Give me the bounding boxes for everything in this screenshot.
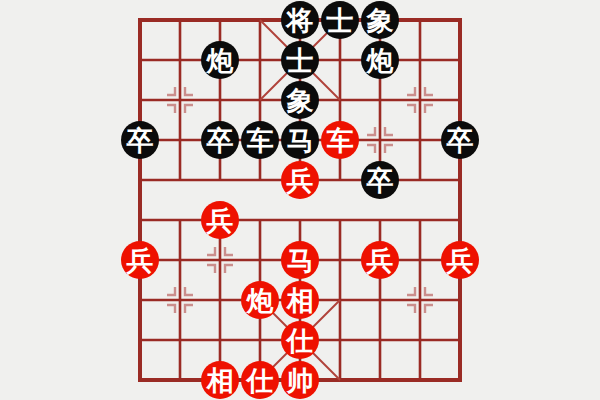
piece-red-horse[interactable]: 马 bbox=[281, 241, 319, 279]
piece-black-elephant[interactable]: 象 bbox=[281, 81, 319, 119]
piece-black-elephant[interactable]: 象 bbox=[361, 1, 399, 39]
piece-black-advisor[interactable]: 士 bbox=[281, 41, 319, 79]
app-screen: 将士象炮士炮象卒卒车马卒卒车兵兵兵马兵兵炮相仕相仕帅 bbox=[0, 0, 600, 400]
piece-red-soldier[interactable]: 兵 bbox=[361, 241, 399, 279]
piece-red-soldier[interactable]: 兵 bbox=[201, 201, 239, 239]
xiangqi-board[interactable]: 将士象炮士炮象卒卒车马卒卒车兵兵兵马兵兵炮相仕相仕帅 bbox=[0, 0, 600, 400]
piece-red-cannon[interactable]: 炮 bbox=[241, 281, 279, 319]
piece-black-horse[interactable]: 马 bbox=[281, 121, 319, 159]
piece-red-advisor[interactable]: 仕 bbox=[281, 321, 319, 359]
piece-black-soldier[interactable]: 卒 bbox=[121, 121, 159, 159]
piece-black-chariot[interactable]: 车 bbox=[241, 121, 279, 159]
piece-red-advisor[interactable]: 仕 bbox=[241, 361, 279, 399]
piece-red-chariot[interactable]: 车 bbox=[321, 121, 359, 159]
piece-red-soldier[interactable]: 兵 bbox=[281, 161, 319, 199]
piece-black-soldier[interactable]: 卒 bbox=[361, 161, 399, 199]
piece-black-cannon[interactable]: 炮 bbox=[201, 41, 239, 79]
piece-red-soldier[interactable]: 兵 bbox=[121, 241, 159, 279]
piece-red-general[interactable]: 帅 bbox=[281, 361, 319, 399]
piece-black-soldier[interactable]: 卒 bbox=[201, 121, 239, 159]
piece-black-advisor[interactable]: 士 bbox=[321, 1, 359, 39]
piece-black-cannon[interactable]: 炮 bbox=[361, 41, 399, 79]
piece-black-general[interactable]: 将 bbox=[281, 1, 319, 39]
piece-black-soldier[interactable]: 卒 bbox=[441, 121, 479, 159]
piece-red-elephant[interactable]: 相 bbox=[281, 281, 319, 319]
piece-red-elephant[interactable]: 相 bbox=[201, 361, 239, 399]
piece-red-soldier[interactable]: 兵 bbox=[441, 241, 479, 279]
